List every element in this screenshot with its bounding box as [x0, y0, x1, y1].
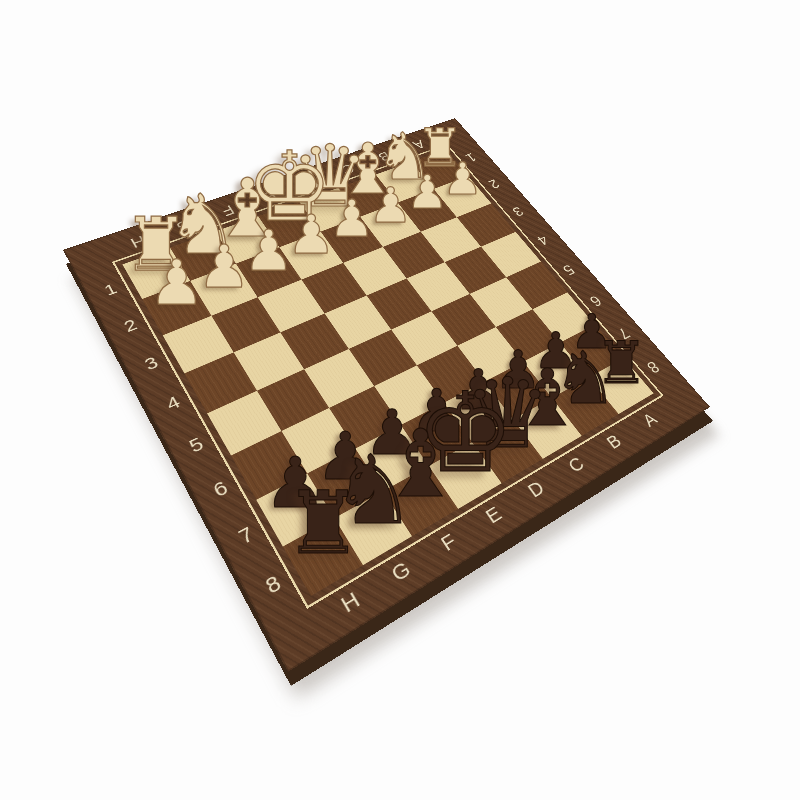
board-photo: HGFEDCBA1122334455667788HGFEDCBA ♜♞♝♛♚♝♞… [0, 0, 800, 800]
chess-board: HGFEDCBA1122334455667788HGFEDCBA [63, 118, 710, 672]
